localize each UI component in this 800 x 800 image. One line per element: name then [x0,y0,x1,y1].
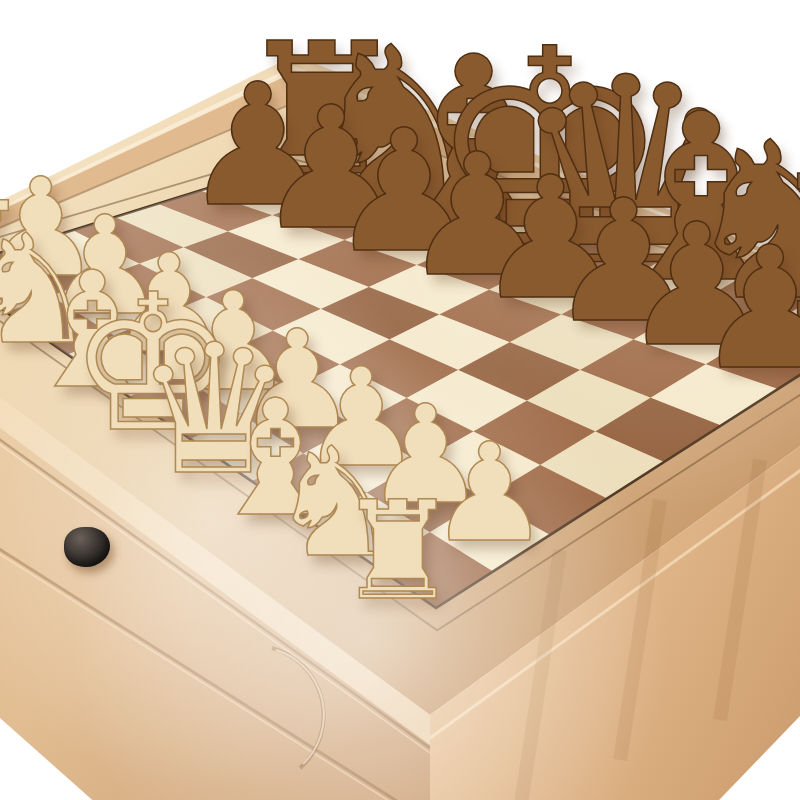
piece-white-rook-a1[interactable]: ♜ [337,483,459,619]
chess-set-photo: ♜♞♝♛♚♝♞♜♟♟♟♟♟♟♟♟♟♟♟♟♟♟♟♟♜♞♝♛♚♝♞♜ [0,0,800,800]
piece-black-pawn-a7[interactable]: ♟ [694,224,800,393]
